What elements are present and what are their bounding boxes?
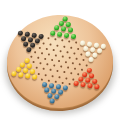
hole-dot — [45, 48, 47, 50]
blue-peg-ball — [62, 85, 68, 91]
hole-dot — [74, 42, 76, 44]
hole-dot — [56, 70, 58, 72]
hole-dot — [34, 51, 36, 53]
red-peg-ball — [86, 67, 92, 73]
black-peg-ball — [25, 47, 31, 53]
blue-peg-ball — [55, 83, 61, 89]
hole-dot — [71, 62, 73, 64]
green-peg-ball — [56, 31, 62, 37]
green-peg-ball — [63, 32, 69, 38]
hole-dot — [53, 65, 55, 67]
yellow-peg-ball — [18, 72, 24, 78]
hole-dot — [77, 47, 79, 49]
hole-dot — [82, 59, 84, 61]
hole-dot — [42, 68, 44, 70]
hole-dot — [69, 56, 71, 58]
hole-dot — [49, 69, 51, 71]
red-peg-ball — [80, 82, 86, 88]
blue-peg-ball — [49, 98, 55, 104]
hole-dot — [40, 78, 42, 80]
hole-dot — [41, 52, 43, 54]
blue-peg-ball — [41, 81, 47, 87]
hole-dot — [65, 77, 67, 79]
hole-dot — [58, 76, 60, 78]
hole-dot — [55, 54, 57, 56]
hole-dot — [68, 41, 70, 43]
hole-dot — [70, 72, 72, 74]
blue-peg-ball — [54, 94, 60, 100]
hole-dot — [75, 58, 77, 60]
red-peg-ball — [87, 83, 93, 89]
hole-dot — [37, 57, 39, 59]
hole-dot — [63, 45, 65, 47]
black-peg-ball — [18, 30, 24, 36]
hole-dot — [56, 44, 58, 46]
hole-dot — [51, 75, 53, 77]
hole-dot — [39, 62, 41, 64]
green-peg-ball — [54, 25, 60, 31]
hole-dot — [70, 46, 72, 48]
blue-peg-ball — [47, 93, 53, 99]
white-peg-ball — [82, 46, 88, 52]
yellow-peg-ball — [24, 57, 30, 63]
hole-dot — [49, 43, 51, 45]
peg-blue[interactable] — [48, 99, 56, 105]
hole-dot — [57, 60, 59, 62]
hole-dot — [52, 49, 54, 51]
hole-dot — [78, 63, 80, 65]
hole-dot — [63, 71, 65, 73]
hole-dot — [30, 56, 32, 58]
yellow-peg-ball — [11, 71, 17, 77]
hole-dot — [66, 51, 68, 53]
hole-dot — [47, 79, 49, 81]
black-peg-ball — [23, 42, 29, 48]
hole-dot — [44, 58, 46, 60]
yellow-peg-ball — [25, 73, 31, 79]
peg-red[interactable] — [93, 85, 101, 91]
hole-dot — [54, 38, 56, 40]
hole-dot — [72, 78, 74, 80]
green-peg-ball — [61, 27, 67, 33]
hole-dot — [64, 61, 66, 63]
hole-dot — [61, 82, 63, 84]
chinese-checkers-board-photo — [0, 0, 120, 120]
hole-dot — [81, 69, 83, 71]
hole-dot — [47, 37, 49, 39]
red-peg-ball — [73, 81, 79, 87]
hole-dot — [35, 67, 37, 69]
black-peg-ball — [20, 36, 26, 42]
blue-peg-ball — [48, 82, 54, 88]
hole-dot — [74, 68, 76, 70]
hole-dot — [38, 46, 40, 48]
hole-dot — [50, 59, 52, 61]
hole-dot — [54, 80, 56, 82]
hole-dot — [85, 64, 87, 66]
hole-dot — [59, 50, 61, 52]
green-peg-ball — [70, 33, 76, 39]
hole-dot — [60, 66, 62, 68]
yellow-peg-ball — [32, 74, 38, 80]
hole-dot — [43, 42, 45, 44]
hole-dot — [38, 73, 40, 75]
red-peg-ball — [94, 84, 100, 90]
hole-dot — [48, 53, 50, 55]
hole-dot — [46, 63, 48, 65]
blue-peg-ball — [44, 87, 50, 93]
hole-dot — [73, 52, 75, 54]
hole-dot — [68, 83, 70, 85]
hole-dot — [32, 61, 34, 63]
hole-dot — [80, 53, 82, 55]
hole-dot — [62, 55, 64, 57]
hole-dot — [67, 67, 69, 69]
white-peg-ball — [88, 57, 94, 63]
white-peg-ball — [80, 40, 86, 46]
white-peg-ball — [85, 51, 91, 57]
green-peg-ball — [49, 30, 55, 36]
green-peg-ball — [68, 28, 74, 34]
hole-dot — [61, 39, 63, 41]
hole-dot — [45, 74, 47, 76]
peg-grid — [7, 10, 111, 111]
hole-dot — [76, 73, 78, 75]
